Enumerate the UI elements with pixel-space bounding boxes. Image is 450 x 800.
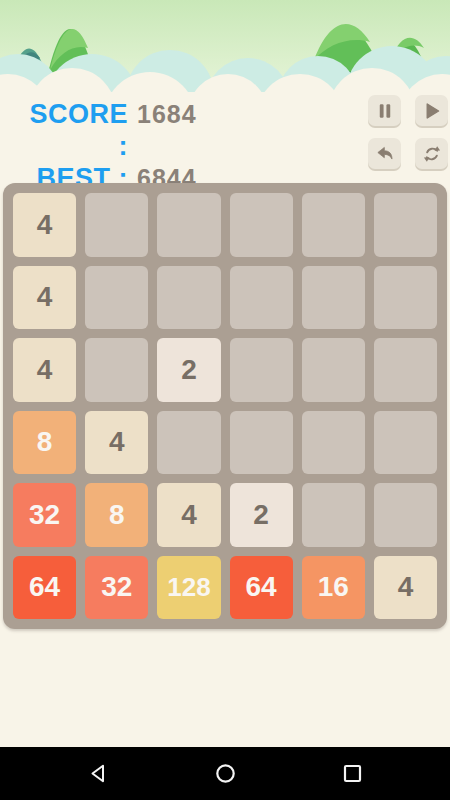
empty-cell xyxy=(374,193,437,257)
empty-cell xyxy=(374,483,437,547)
empty-cell xyxy=(302,338,365,402)
hud: SCORE : 1684 BEST : 6844 xyxy=(24,98,197,194)
score-row: SCORE : 1684 xyxy=(24,98,197,162)
tile-128: 128 xyxy=(157,556,220,620)
undo-icon xyxy=(375,144,395,164)
tile-64: 64 xyxy=(13,556,76,620)
tile-16: 16 xyxy=(302,556,365,620)
empty-cell xyxy=(85,266,148,330)
undo-button[interactable] xyxy=(368,138,401,169)
restart-icon xyxy=(422,144,442,164)
empty-cell xyxy=(230,266,293,330)
home-icon xyxy=(215,763,236,784)
empty-cell xyxy=(85,193,148,257)
tile-64: 64 xyxy=(230,556,293,620)
empty-cell xyxy=(157,411,220,475)
empty-cell xyxy=(302,483,365,547)
tile-32: 32 xyxy=(85,556,148,620)
empty-cell xyxy=(230,411,293,475)
play-icon xyxy=(422,101,442,121)
empty-cell xyxy=(374,411,437,475)
tile-4: 4 xyxy=(157,483,220,547)
empty-cell xyxy=(85,338,148,402)
score-label: SCORE : xyxy=(24,98,128,162)
header-scenery xyxy=(0,0,450,92)
android-navbar xyxy=(0,747,450,800)
empty-cell xyxy=(230,193,293,257)
tile-4: 4 xyxy=(374,556,437,620)
empty-cell xyxy=(157,266,220,330)
empty-cell xyxy=(302,193,365,257)
empty-cell xyxy=(157,193,220,257)
tile-4: 4 xyxy=(13,338,76,402)
tile-4: 4 xyxy=(13,266,76,330)
pause-icon xyxy=(375,101,395,121)
recents-button[interactable] xyxy=(341,763,363,785)
pause-button[interactable] xyxy=(368,95,401,126)
back-icon xyxy=(88,763,109,784)
tile-32: 32 xyxy=(13,483,76,547)
play-button[interactable] xyxy=(415,95,448,126)
score-value: 1684 xyxy=(137,98,197,130)
empty-cell xyxy=(302,411,365,475)
tile-4: 4 xyxy=(13,193,76,257)
empty-cell xyxy=(302,266,365,330)
empty-cell xyxy=(374,338,437,402)
game-screen: SCORE : 1684 BEST : 6844 xyxy=(0,0,450,800)
tile-2: 2 xyxy=(230,483,293,547)
restart-button[interactable] xyxy=(415,138,448,169)
tile-4: 4 xyxy=(85,411,148,475)
tile-8: 8 xyxy=(85,483,148,547)
empty-cell xyxy=(374,266,437,330)
board[interactable]: 44428432842643212864164 xyxy=(3,183,447,629)
recents-icon xyxy=(342,763,363,784)
home-button[interactable] xyxy=(214,763,236,785)
tile-2: 2 xyxy=(157,338,220,402)
back-button[interactable] xyxy=(87,763,109,785)
empty-cell xyxy=(230,338,293,402)
control-buttons xyxy=(368,95,448,169)
tile-8: 8 xyxy=(13,411,76,475)
